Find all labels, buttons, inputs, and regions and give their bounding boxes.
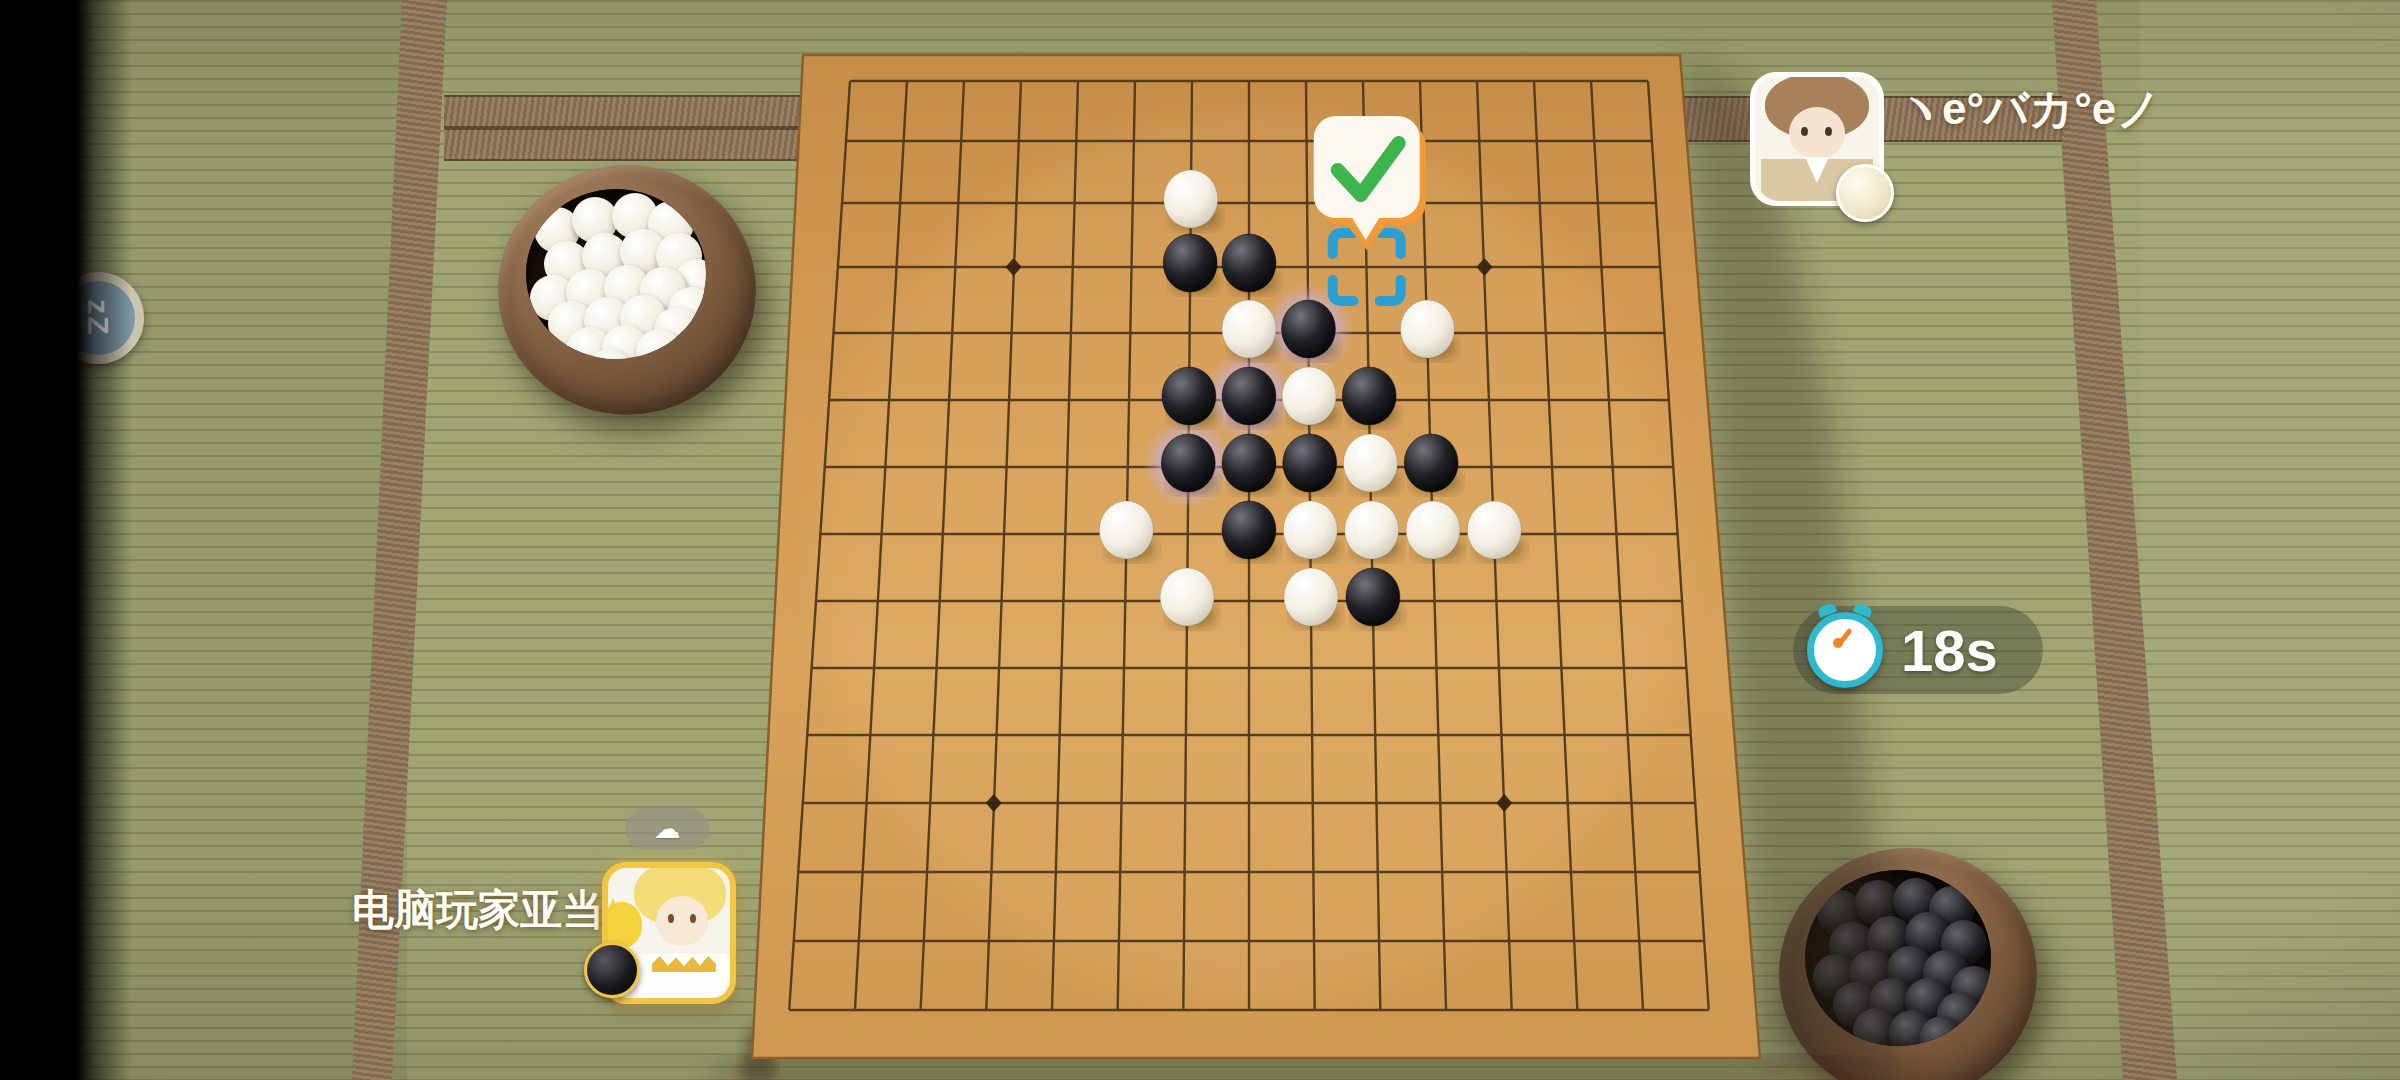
chat-bubble-button[interactable]: ☁ — [625, 808, 709, 850]
board-shadow-bottom — [700, 1058, 1955, 1080]
stone-white — [1284, 568, 1338, 626]
stone-white — [1345, 501, 1399, 559]
stone-black — [1342, 367, 1396, 425]
stone-white — [1282, 367, 1336, 425]
opponent-stone-badge-white — [1836, 164, 1894, 222]
stone-white — [1160, 568, 1214, 626]
stone-black — [1161, 434, 1215, 492]
move-timer: 18s — [1793, 606, 2043, 694]
stone-white — [1343, 434, 1397, 492]
stone-white — [1164, 170, 1218, 228]
sleep-button-label: zZ — [81, 299, 115, 336]
stone-black — [1162, 367, 1216, 425]
cloud-icon: ☁ — [654, 813, 681, 845]
stone-white — [1283, 501, 1337, 559]
stone-white — [1099, 501, 1153, 559]
player-name: 电脑玩家亚当 — [352, 882, 604, 938]
stone-black — [1222, 434, 1276, 492]
stone-black — [1222, 501, 1276, 559]
stopwatch-icon — [1807, 612, 1883, 688]
stone-white — [1400, 300, 1454, 358]
stone-white — [1467, 501, 1521, 559]
stone-white — [1406, 501, 1460, 559]
stone-black — [1281, 300, 1335, 358]
stone-black — [1163, 234, 1217, 292]
opponent-name: ヽe°バカ°eノ — [1898, 80, 2161, 139]
player-stone-badge-black — [584, 942, 640, 998]
stone-black — [1283, 434, 1337, 492]
stone-black — [1346, 568, 1400, 626]
sleep-button[interactable]: zZ — [52, 272, 144, 364]
stone-white — [1222, 300, 1276, 358]
timer-value: 18s — [1901, 617, 1998, 684]
game-scene: 18s ヽe°バカ°eノ 电脑玩家亚当 ☁ zZ — [0, 0, 2400, 1080]
stone-black — [1222, 367, 1276, 425]
stone-black — [1404, 434, 1458, 492]
stone-black — [1222, 234, 1276, 292]
